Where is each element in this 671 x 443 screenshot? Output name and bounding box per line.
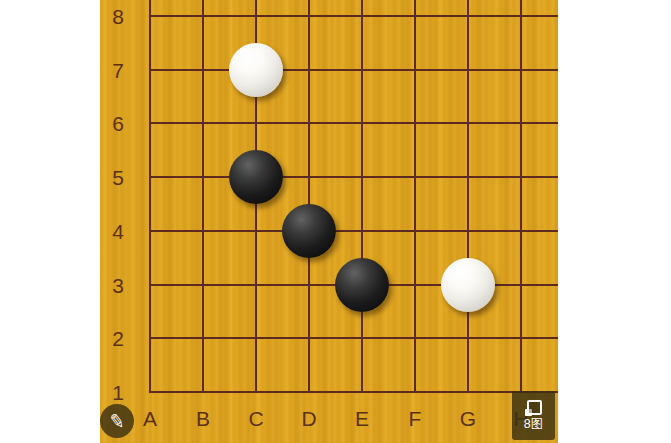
col-label-G: G xyxy=(460,408,476,429)
grid-line-row-4 xyxy=(149,230,558,232)
white-stone-G3 xyxy=(441,258,495,312)
row-label-3: 3 xyxy=(112,274,124,295)
row-label-4: 4 xyxy=(112,220,124,241)
grid-line-row-8 xyxy=(149,15,558,17)
row-label-7: 7 xyxy=(112,59,124,80)
grid-line-row-2 xyxy=(149,337,558,339)
image-count-label: 8图 xyxy=(524,418,543,431)
row-label-6: 6 xyxy=(112,113,124,134)
grid-line-row-5 xyxy=(149,176,558,178)
row-label-8: 8 xyxy=(112,6,124,27)
col-label-B: B xyxy=(196,408,210,429)
grid-line-col-G xyxy=(467,0,469,393)
white-stone-C7 xyxy=(229,43,283,97)
grid-line-col-A xyxy=(149,0,151,393)
black-stone-D4 xyxy=(282,204,336,258)
grid-line-col-F xyxy=(414,0,416,393)
col-label-E: E xyxy=(355,408,369,429)
black-stone-C5 xyxy=(229,150,283,204)
row-label-1: 1 xyxy=(112,381,124,402)
col-label-F: F xyxy=(409,408,422,429)
grid-line-col-H xyxy=(520,0,522,393)
grid-line-col-B xyxy=(202,0,204,393)
col-label-A: A xyxy=(143,408,157,429)
pencil-icon: ✎ xyxy=(108,410,126,431)
row-label-2: 2 xyxy=(112,328,124,349)
edit-pencil-button[interactable]: ✎ xyxy=(100,404,134,438)
black-stone-E3 xyxy=(335,258,389,312)
grid-line-row-7 xyxy=(149,69,558,71)
grid-line-col-E xyxy=(361,0,363,393)
row-label-5: 5 xyxy=(112,167,124,188)
grid-line-row-1 xyxy=(149,391,558,393)
go-board: 87654321ABCDEFGH xyxy=(100,0,558,443)
col-label-C: C xyxy=(248,408,263,429)
go-diagram-viewer: 87654321ABCDEFGH ✎ 8图 xyxy=(0,0,671,443)
image-count-badge[interactable]: 8图 xyxy=(512,391,555,440)
stacked-images-icon xyxy=(525,400,542,416)
grid-line-row-6 xyxy=(149,122,558,124)
col-label-D: D xyxy=(301,408,316,429)
grid-line-col-D xyxy=(308,0,310,393)
